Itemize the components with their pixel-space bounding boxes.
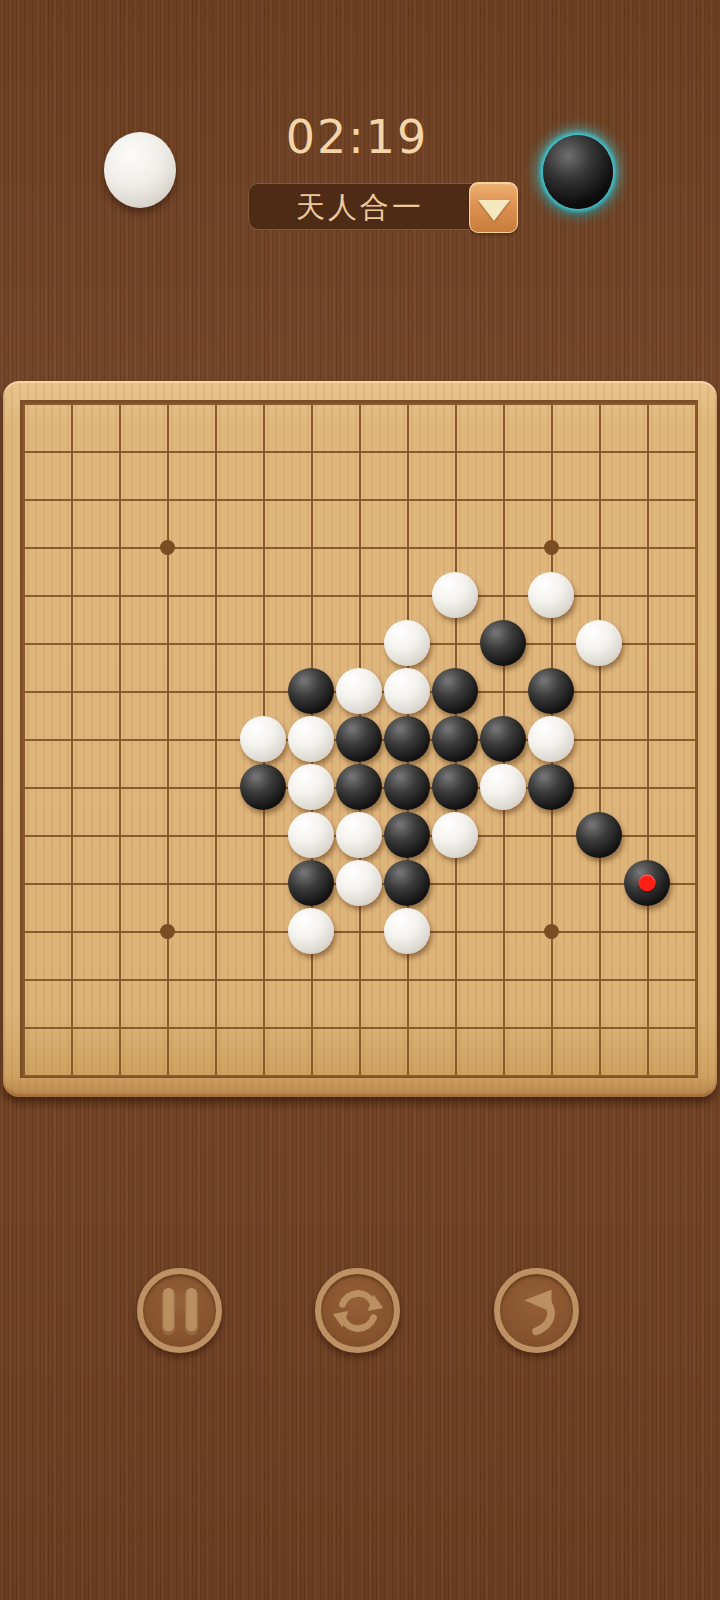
white-stone bbox=[288, 716, 334, 762]
black-stone bbox=[336, 764, 382, 810]
restart-button[interactable] bbox=[315, 1268, 400, 1353]
black-stone bbox=[528, 764, 574, 810]
white-stone bbox=[384, 908, 430, 954]
white-stone bbox=[336, 668, 382, 714]
black-stone bbox=[288, 668, 334, 714]
black-stone bbox=[480, 716, 526, 762]
pause-button[interactable] bbox=[137, 1268, 222, 1353]
black-stone bbox=[384, 716, 430, 762]
white-stone bbox=[288, 908, 334, 954]
star-point bbox=[160, 924, 175, 939]
black-stone bbox=[528, 668, 574, 714]
gomoku-board[interactable] bbox=[3, 381, 717, 1097]
black-stone bbox=[384, 860, 430, 906]
black-player-stone-active bbox=[543, 135, 613, 209]
white-stone bbox=[288, 812, 334, 858]
undo-icon bbox=[508, 1282, 566, 1340]
white-stone bbox=[528, 572, 574, 618]
star-point bbox=[544, 924, 559, 939]
white-stone bbox=[480, 764, 526, 810]
white-stone bbox=[528, 716, 574, 762]
star-point bbox=[160, 540, 175, 555]
white-stone bbox=[336, 812, 382, 858]
white-stone bbox=[432, 812, 478, 858]
black-stone bbox=[288, 860, 334, 906]
black-stone bbox=[336, 716, 382, 762]
chevron-down-icon bbox=[478, 200, 510, 221]
white-stone bbox=[240, 716, 286, 762]
black-stone bbox=[240, 764, 286, 810]
black-stone bbox=[384, 764, 430, 810]
difficulty-label: 天人合一 bbox=[249, 184, 471, 231]
pause-icon bbox=[162, 1288, 197, 1334]
white-stone bbox=[432, 572, 478, 618]
black-stone bbox=[432, 716, 478, 762]
black-stone bbox=[576, 812, 622, 858]
black-stone bbox=[432, 764, 478, 810]
black-stone bbox=[384, 812, 430, 858]
white-stone bbox=[336, 860, 382, 906]
white-stone bbox=[384, 620, 430, 666]
difficulty-dropdown-button[interactable] bbox=[469, 182, 518, 233]
restart-icon bbox=[329, 1282, 387, 1340]
difficulty-dropdown[interactable]: 天人合一 bbox=[248, 183, 518, 230]
white-stone bbox=[384, 668, 430, 714]
black-stone bbox=[432, 668, 478, 714]
white-stone bbox=[288, 764, 334, 810]
white-stone bbox=[576, 620, 622, 666]
black-stone bbox=[480, 620, 526, 666]
star-point bbox=[544, 540, 559, 555]
black-stone bbox=[624, 860, 670, 906]
undo-button[interactable] bbox=[494, 1268, 579, 1353]
last-move-marker bbox=[639, 875, 656, 892]
white-player-stone bbox=[104, 132, 176, 208]
stones-layer bbox=[23, 403, 697, 1077]
